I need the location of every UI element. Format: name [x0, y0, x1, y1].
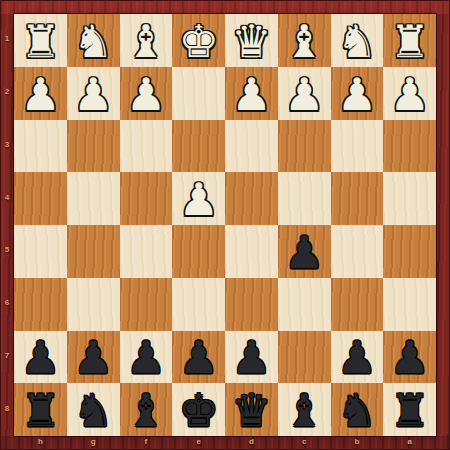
square-e6[interactable] — [172, 278, 225, 331]
square-d2[interactable]: ♟ — [225, 67, 278, 120]
white-bishop-icon: ♝ — [278, 14, 331, 67]
square-h4[interactable] — [14, 172, 67, 225]
square-g1[interactable]: ♞ — [67, 14, 120, 67]
square-g8[interactable]: ♞ — [67, 383, 120, 436]
square-h6[interactable] — [14, 278, 67, 331]
square-c7[interactable] — [278, 331, 331, 384]
square-e7[interactable]: ♟ — [172, 331, 225, 384]
file-label-a: a — [383, 437, 436, 449]
square-a6[interactable] — [383, 278, 436, 331]
white-pawn-icon: ♟ — [278, 67, 331, 120]
square-c5[interactable]: ♟ — [278, 225, 331, 278]
square-h3[interactable] — [14, 120, 67, 173]
white-knight-icon: ♞ — [67, 14, 120, 67]
square-b2[interactable]: ♟ — [331, 67, 384, 120]
square-c8[interactable]: ♝ — [278, 383, 331, 436]
black-pawn-icon: ♟ — [383, 331, 436, 384]
black-knight-icon: ♞ — [331, 383, 384, 436]
black-knight-icon: ♞ — [67, 383, 120, 436]
white-pawn-icon: ♟ — [67, 67, 120, 120]
square-c2[interactable]: ♟ — [278, 67, 331, 120]
white-bishop-icon: ♝ — [120, 14, 173, 67]
square-g3[interactable] — [67, 120, 120, 173]
square-e1[interactable]: ♚ — [172, 14, 225, 67]
white-pawn-icon: ♟ — [225, 67, 278, 120]
square-c6[interactable] — [278, 278, 331, 331]
square-b5[interactable] — [331, 225, 384, 278]
square-g4[interactable] — [67, 172, 120, 225]
square-f6[interactable] — [120, 278, 173, 331]
square-h1[interactable]: ♜ — [14, 14, 67, 67]
square-e5[interactable] — [172, 225, 225, 278]
square-e8[interactable]: ♚ — [172, 383, 225, 436]
white-king-icon: ♚ — [172, 14, 225, 67]
square-f1[interactable]: ♝ — [120, 14, 173, 67]
square-a8[interactable]: ♜ — [383, 383, 436, 436]
file-label-c: c — [278, 437, 331, 449]
white-pawn-icon: ♟ — [172, 172, 225, 225]
square-d8[interactable]: ♛ — [225, 383, 278, 436]
file-labels: hgfedcba — [14, 436, 436, 450]
file-label-d: d — [225, 437, 278, 449]
black-pawn-icon: ♟ — [67, 331, 120, 384]
square-g2[interactable]: ♟ — [67, 67, 120, 120]
square-b6[interactable] — [331, 278, 384, 331]
file-label-b: b — [331, 437, 384, 449]
square-b8[interactable]: ♞ — [331, 383, 384, 436]
square-f7[interactable]: ♟ — [120, 331, 173, 384]
square-b4[interactable] — [331, 172, 384, 225]
square-d1[interactable]: ♛ — [225, 14, 278, 67]
black-pawn-icon: ♟ — [120, 331, 173, 384]
square-e3[interactable] — [172, 120, 225, 173]
square-g7[interactable]: ♟ — [67, 331, 120, 384]
file-label-g: g — [67, 437, 120, 449]
white-queen-icon: ♛ — [225, 14, 278, 67]
rank-label-1: 1 — [0, 34, 14, 46]
rank-label-5: 5 — [0, 245, 14, 257]
rank-label-6: 6 — [0, 298, 14, 310]
square-d4[interactable] — [225, 172, 278, 225]
square-c3[interactable] — [278, 120, 331, 173]
file-label-e: e — [172, 437, 225, 449]
square-f5[interactable] — [120, 225, 173, 278]
black-pawn-icon: ♟ — [14, 331, 67, 384]
square-a4[interactable] — [383, 172, 436, 225]
square-c1[interactable]: ♝ — [278, 14, 331, 67]
file-label-h: h — [14, 437, 67, 449]
square-b7[interactable]: ♟ — [331, 331, 384, 384]
square-d6[interactable] — [225, 278, 278, 331]
square-h7[interactable]: ♟ — [14, 331, 67, 384]
white-knight-icon: ♞ — [331, 14, 384, 67]
square-f3[interactable] — [120, 120, 173, 173]
rank-label-7: 7 — [0, 351, 14, 363]
chessboard: ♜♞♝♚♛♝♞♜♟♟♟♟♟♟♟♟♟♟♟♟♟♟♟♟♜♞♝♚♛♝♞♜ — [14, 14, 436, 436]
black-bishop-icon: ♝ — [278, 383, 331, 436]
black-pawn-icon: ♟ — [172, 331, 225, 384]
square-a2[interactable]: ♟ — [383, 67, 436, 120]
square-d7[interactable]: ♟ — [225, 331, 278, 384]
square-g5[interactable] — [67, 225, 120, 278]
white-pawn-icon: ♟ — [120, 67, 173, 120]
square-f8[interactable]: ♝ — [120, 383, 173, 436]
chessboard-frame: ♜♞♝♚♛♝♞♜♟♟♟♟♟♟♟♟♟♟♟♟♟♟♟♟♜♞♝♚♛♝♞♜ 1234567… — [0, 0, 450, 450]
square-d3[interactable] — [225, 120, 278, 173]
file-label-f: f — [120, 437, 173, 449]
square-f2[interactable]: ♟ — [120, 67, 173, 120]
square-h8[interactable]: ♜ — [14, 383, 67, 436]
square-d5[interactable] — [225, 225, 278, 278]
square-e2[interactable] — [172, 67, 225, 120]
white-rook-icon: ♜ — [14, 14, 67, 67]
square-a5[interactable] — [383, 225, 436, 278]
square-b3[interactable] — [331, 120, 384, 173]
black-bishop-icon: ♝ — [120, 383, 173, 436]
rank-label-2: 2 — [0, 87, 14, 99]
black-rook-icon: ♜ — [383, 383, 436, 436]
square-f4[interactable] — [120, 172, 173, 225]
black-king-icon: ♚ — [172, 383, 225, 436]
square-c4[interactable] — [278, 172, 331, 225]
white-pawn-icon: ♟ — [331, 67, 384, 120]
rank-label-8: 8 — [0, 404, 14, 416]
rank-label-3: 3 — [0, 140, 14, 152]
black-rook-icon: ♜ — [14, 383, 67, 436]
square-g6[interactable] — [67, 278, 120, 331]
square-a7[interactable]: ♟ — [383, 331, 436, 384]
rank-label-4: 4 — [0, 193, 14, 205]
black-queen-icon: ♛ — [225, 383, 278, 436]
square-e4[interactable]: ♟ — [172, 172, 225, 225]
white-pawn-icon: ♟ — [14, 67, 67, 120]
square-h2[interactable]: ♟ — [14, 67, 67, 120]
black-pawn-icon: ♟ — [331, 331, 384, 384]
white-rook-icon: ♜ — [383, 14, 436, 67]
black-pawn-icon: ♟ — [225, 331, 278, 384]
black-pawn-icon: ♟ — [278, 225, 331, 278]
square-a1[interactable]: ♜ — [383, 14, 436, 67]
square-a3[interactable] — [383, 120, 436, 173]
square-b1[interactable]: ♞ — [331, 14, 384, 67]
rank-labels: 12345678 — [0, 14, 14, 436]
white-pawn-icon: ♟ — [383, 67, 436, 120]
square-h5[interactable] — [14, 225, 67, 278]
